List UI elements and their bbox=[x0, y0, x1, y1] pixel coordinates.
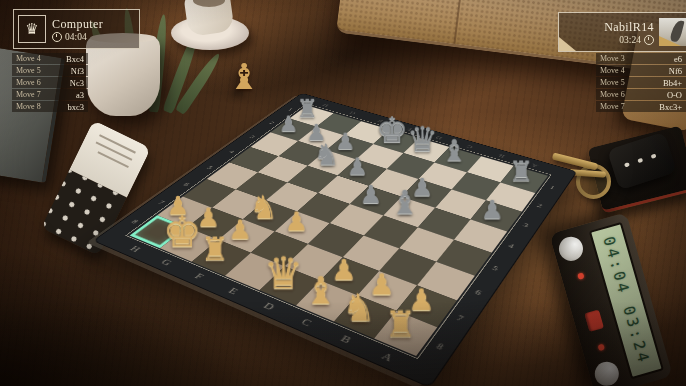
move-row: Move 4 Bxc4 bbox=[12, 53, 88, 64]
black-player-panel: NabilR14 03:24 bbox=[558, 12, 686, 52]
move-row: Move 7 a3 bbox=[12, 89, 88, 100]
move-label: Move 7 bbox=[600, 102, 625, 111]
white-move-list: Move 4 Bxc4 Move 5 Nf3 Move 6 Nc3 Move 7… bbox=[12, 53, 88, 112]
move-san: e6 bbox=[674, 54, 682, 64]
clock-led bbox=[577, 272, 584, 279]
move-san: Bb4+ bbox=[663, 78, 682, 88]
move-san: O-O bbox=[667, 90, 682, 100]
square-g7[interactable]: ♟ bbox=[187, 208, 243, 240]
move-label: Move 6 bbox=[16, 78, 41, 87]
active-turn-fold bbox=[559, 37, 576, 51]
sofa-seam bbox=[453, 0, 466, 44]
avatar bbox=[659, 18, 686, 46]
move-row: Move 6 Nc3 bbox=[12, 77, 88, 88]
black-player-name: NabilR14 bbox=[604, 20, 654, 35]
clock-icon bbox=[644, 35, 654, 45]
clock-icon bbox=[52, 32, 62, 42]
move-label: Move 8 bbox=[16, 102, 41, 111]
move-label: Move 5 bbox=[16, 66, 41, 75]
clock-button-left[interactable] bbox=[556, 234, 586, 264]
white-player-panel: ♛ Computer 04:04 bbox=[13, 9, 140, 49]
move-label: Move 7 bbox=[16, 90, 41, 99]
white-player-clock: 04:04 bbox=[65, 32, 87, 42]
black-player-clock: 03:24 bbox=[619, 35, 641, 45]
move-san: Nf3 bbox=[71, 66, 84, 76]
clock-button-right[interactable] bbox=[592, 359, 622, 386]
move-row: Move 8 bxc3 bbox=[12, 101, 88, 112]
move-san: Bxc3+ bbox=[659, 102, 682, 112]
white-player-name: Computer bbox=[52, 17, 135, 32]
move-label: Move 4 bbox=[600, 66, 625, 75]
move-label: Move 6 bbox=[600, 90, 625, 99]
move-label: Move 3 bbox=[600, 54, 625, 63]
move-row: Move 7 Bxc3+ bbox=[596, 101, 686, 112]
crown-icon: ♛ bbox=[18, 15, 46, 43]
move-san: bxc3 bbox=[67, 102, 84, 112]
chess-game-scene: ♝ HGFEDCBA1♜♚♛♝♜12♟♟♟23♞♟♟♟34♟♝4556♞♟67♟… bbox=[0, 0, 686, 386]
move-san: Bxc4 bbox=[66, 54, 84, 64]
move-label: Move 4 bbox=[16, 54, 41, 63]
move-san: Nf6 bbox=[669, 66, 682, 76]
captured-black-bishop: ♝ bbox=[228, 56, 260, 97]
move-row: Move 6 O-O bbox=[596, 89, 686, 100]
move-row: Move 5 Bb4+ bbox=[596, 77, 686, 88]
black-move-list: Move 3 e6 Move 4 Nf6 Move 5 Bb4+ Move 6 … bbox=[596, 53, 686, 112]
move-san: a3 bbox=[76, 90, 84, 100]
move-row: Move 4 Nf6 bbox=[596, 65, 686, 76]
move-row: Move 3 e6 bbox=[596, 53, 686, 64]
clock-red-button[interactable] bbox=[584, 310, 604, 332]
move-row: Move 5 Nf3 bbox=[12, 65, 88, 76]
move-san: Nc3 bbox=[70, 78, 84, 88]
clock-led bbox=[598, 344, 605, 351]
move-label: Move 5 bbox=[600, 78, 625, 87]
